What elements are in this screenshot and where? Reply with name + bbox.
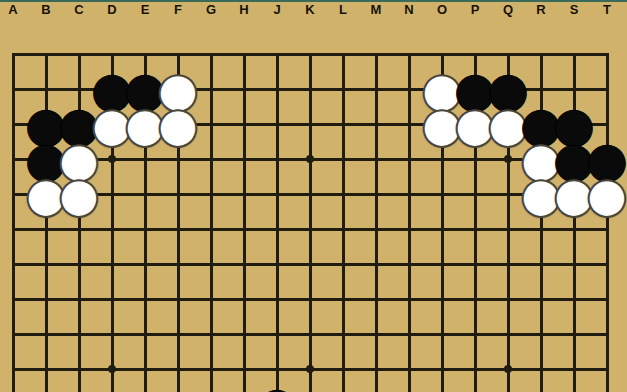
intersection-J9[interactable]: ●: [261, 387, 294, 392]
column-label-N: N: [393, 2, 426, 17]
intersection-R9[interactable]: [525, 387, 558, 392]
intersection-G9[interactable]: [195, 387, 228, 392]
intersection-H16[interactable]: [228, 142, 261, 177]
column-label-K: K: [294, 2, 327, 17]
intersection-S19[interactable]: [558, 37, 591, 72]
intersection-L15[interactable]: [327, 177, 360, 212]
intersection-N13[interactable]: [393, 247, 426, 282]
column-label-L: L: [327, 2, 360, 17]
intersection-J14[interactable]: [261, 212, 294, 247]
intersection-J16[interactable]: [261, 142, 294, 177]
intersection-N12[interactable]: [393, 282, 426, 317]
intersection-K19[interactable]: [294, 37, 327, 72]
intersection-M17[interactable]: [360, 107, 393, 142]
intersection-G14[interactable]: [195, 212, 228, 247]
intersection-O9[interactable]: [426, 387, 459, 392]
intersection-M19[interactable]: [360, 37, 393, 72]
intersection-L11[interactable]: [327, 317, 360, 352]
intersection-M16[interactable]: [360, 142, 393, 177]
intersection-L19[interactable]: [327, 37, 360, 72]
intersection-D12[interactable]: [96, 282, 129, 317]
intersection-R13[interactable]: [525, 247, 558, 282]
intersection-S9[interactable]: [558, 387, 591, 392]
intersection-F11[interactable]: [162, 317, 195, 352]
intersection-E12[interactable]: [129, 282, 162, 317]
intersection-G12[interactable]: [195, 282, 228, 317]
intersection-J19[interactable]: [261, 37, 294, 72]
column-label-B: B: [30, 2, 63, 17]
star-point: [108, 365, 116, 373]
intersection-H19[interactable]: [228, 37, 261, 72]
intersection-O11[interactable]: [426, 317, 459, 352]
intersection-T11[interactable]: [591, 317, 624, 352]
intersection-G13[interactable]: [195, 247, 228, 282]
intersection-K12[interactable]: [294, 282, 327, 317]
intersection-B13[interactable]: [30, 247, 63, 282]
intersection-J13[interactable]: [261, 247, 294, 282]
white-stone: ●: [63, 177, 96, 212]
intersection-Q9[interactable]: [492, 387, 525, 392]
intersection-J15[interactable]: [261, 177, 294, 212]
intersection-H11[interactable]: [228, 317, 261, 352]
intersection-K18[interactable]: [294, 72, 327, 107]
intersection-C12[interactable]: [63, 282, 96, 317]
intersection-A11[interactable]: [0, 317, 30, 352]
column-label-Q: Q: [492, 2, 525, 17]
intersection-G15[interactable]: [195, 177, 228, 212]
intersection-B10[interactable]: [30, 352, 63, 387]
intersection-K16[interactable]: [294, 142, 327, 177]
intersection-T19[interactable]: [591, 37, 624, 72]
intersection-D10[interactable]: [96, 352, 129, 387]
intersection-A13[interactable]: [0, 247, 30, 282]
intersection-K15[interactable]: [294, 177, 327, 212]
intersection-M10[interactable]: [360, 352, 393, 387]
intersection-N11[interactable]: [393, 317, 426, 352]
go-board: ●●●●●●●●●●●●●●●●●●●●●●●●●●●: [0, 37, 624, 392]
intersection-M13[interactable]: [360, 247, 393, 282]
intersection-G10[interactable]: [195, 352, 228, 387]
intersection-H18[interactable]: [228, 72, 261, 107]
intersection-F17[interactable]: ●: [162, 107, 195, 142]
intersection-A10[interactable]: [0, 352, 30, 387]
intersection-N10[interactable]: [393, 352, 426, 387]
intersection-M18[interactable]: [360, 72, 393, 107]
intersection-G19[interactable]: [195, 37, 228, 72]
column-label-R: R: [525, 2, 558, 17]
intersection-S13[interactable]: [558, 247, 591, 282]
intersection-O12[interactable]: [426, 282, 459, 317]
intersection-P9[interactable]: [459, 387, 492, 392]
intersection-G16[interactable]: [195, 142, 228, 177]
intersection-P11[interactable]: [459, 317, 492, 352]
column-label-S: S: [558, 2, 591, 17]
column-labels: ABCDEFGHJKLMNOPQRST: [0, 2, 624, 17]
intersection-L9[interactable]: [327, 387, 360, 392]
intersection-D13[interactable]: [96, 247, 129, 282]
star-point: [504, 155, 512, 163]
intersection-F14[interactable]: [162, 212, 195, 247]
intersection-Q10[interactable]: [492, 352, 525, 387]
intersection-C15[interactable]: ●: [63, 177, 96, 212]
intersection-H15[interactable]: [228, 177, 261, 212]
intersection-B12[interactable]: [30, 282, 63, 317]
intersection-N9[interactable]: [393, 387, 426, 392]
intersection-C9[interactable]: [63, 387, 96, 392]
column-label-D: D: [96, 2, 129, 17]
intersection-K14[interactable]: [294, 212, 327, 247]
column-label-A: A: [0, 2, 30, 17]
intersection-H17[interactable]: [228, 107, 261, 142]
intersection-E13[interactable]: [129, 247, 162, 282]
intersection-B19[interactable]: [30, 37, 63, 72]
intersection-J18[interactable]: [261, 72, 294, 107]
intersection-T10[interactable]: [591, 352, 624, 387]
intersection-L17[interactable]: [327, 107, 360, 142]
intersection-H14[interactable]: [228, 212, 261, 247]
star-point: [306, 365, 314, 373]
intersection-S11[interactable]: [558, 317, 591, 352]
column-label-J: J: [261, 2, 294, 17]
intersection-N14[interactable]: [393, 212, 426, 247]
intersection-K10[interactable]: [294, 352, 327, 387]
intersection-C13[interactable]: [63, 247, 96, 282]
column-label-E: E: [129, 2, 162, 17]
intersection-L14[interactable]: [327, 212, 360, 247]
intersection-D11[interactable]: [96, 317, 129, 352]
intersection-P10[interactable]: [459, 352, 492, 387]
star-point: [306, 155, 314, 163]
intersection-D9[interactable]: [96, 387, 129, 392]
intersection-B11[interactable]: [30, 317, 63, 352]
intersection-E15[interactable]: [129, 177, 162, 212]
column-label-C: C: [63, 2, 96, 17]
intersection-R12[interactable]: [525, 282, 558, 317]
intersection-M9[interactable]: [360, 387, 393, 392]
intersection-L13[interactable]: [327, 247, 360, 282]
intersection-T12[interactable]: [591, 282, 624, 317]
intersection-F10[interactable]: [162, 352, 195, 387]
intersection-J17[interactable]: [261, 107, 294, 142]
intersection-L16[interactable]: [327, 142, 360, 177]
intersection-M14[interactable]: [360, 212, 393, 247]
intersection-F15[interactable]: [162, 177, 195, 212]
intersection-C10[interactable]: [63, 352, 96, 387]
intersection-G11[interactable]: [195, 317, 228, 352]
intersection-O10[interactable]: [426, 352, 459, 387]
intersection-P13[interactable]: [459, 247, 492, 282]
intersection-O14[interactable]: [426, 212, 459, 247]
intersection-D14[interactable]: [96, 212, 129, 247]
black-stone: ●: [261, 387, 294, 392]
intersection-E11[interactable]: [129, 317, 162, 352]
go-board-screen: ABCDEFGHJKLMNOPQRST ●●●●●●●●●●●●●●●●●●●●…: [0, 0, 627, 392]
intersection-M12[interactable]: [360, 282, 393, 317]
intersection-E14[interactable]: [129, 212, 162, 247]
intersection-S12[interactable]: [558, 282, 591, 317]
intersection-M15[interactable]: [360, 177, 393, 212]
intersection-T9[interactable]: [591, 387, 624, 392]
intersection-J11[interactable]: [261, 317, 294, 352]
intersection-N15[interactable]: [393, 177, 426, 212]
intersection-P14[interactable]: [459, 212, 492, 247]
intersection-T18[interactable]: [591, 72, 624, 107]
intersection-K13[interactable]: [294, 247, 327, 282]
intersection-M11[interactable]: [360, 317, 393, 352]
column-label-O: O: [426, 2, 459, 17]
intersection-T13[interactable]: [591, 247, 624, 282]
intersection-P15[interactable]: [459, 177, 492, 212]
intersection-H13[interactable]: [228, 247, 261, 282]
intersection-T15[interactable]: ●: [591, 177, 624, 212]
intersection-E9[interactable]: [129, 387, 162, 392]
intersection-H12[interactable]: [228, 282, 261, 317]
intersection-R10[interactable]: [525, 352, 558, 387]
intersection-R19[interactable]: [525, 37, 558, 72]
intersection-G17[interactable]: [195, 107, 228, 142]
intersection-F13[interactable]: [162, 247, 195, 282]
white-stone: ●: [162, 107, 195, 142]
intersection-Q13[interactable]: [492, 247, 525, 282]
star-point: [108, 155, 116, 163]
intersection-A12[interactable]: [0, 282, 30, 317]
intersection-L10[interactable]: [327, 352, 360, 387]
intersection-O13[interactable]: [426, 247, 459, 282]
intersection-C11[interactable]: [63, 317, 96, 352]
column-label-G: G: [195, 2, 228, 17]
intersection-K9[interactable]: [294, 387, 327, 392]
intersection-B9[interactable]: [30, 387, 63, 392]
intersection-P12[interactable]: [459, 282, 492, 317]
intersection-E10[interactable]: [129, 352, 162, 387]
column-label-F: F: [162, 2, 195, 17]
intersection-O15[interactable]: [426, 177, 459, 212]
intersection-Q11[interactable]: [492, 317, 525, 352]
intersection-G18[interactable]: [195, 72, 228, 107]
intersection-S10[interactable]: [558, 352, 591, 387]
intersection-Q12[interactable]: [492, 282, 525, 317]
intersection-K11[interactable]: [294, 317, 327, 352]
column-label-M: M: [360, 2, 393, 17]
white-stone: ●: [591, 177, 624, 212]
intersection-A19[interactable]: [0, 37, 30, 72]
intersection-R11[interactable]: [525, 317, 558, 352]
intersection-L18[interactable]: [327, 72, 360, 107]
column-label-H: H: [228, 2, 261, 17]
intersection-L12[interactable]: [327, 282, 360, 317]
intersection-J12[interactable]: [261, 282, 294, 317]
column-label-T: T: [591, 2, 624, 17]
intersection-A9[interactable]: [0, 387, 30, 392]
intersection-F9[interactable]: [162, 387, 195, 392]
intersection-F12[interactable]: [162, 282, 195, 317]
intersection-D15[interactable]: [96, 177, 129, 212]
intersection-K17[interactable]: [294, 107, 327, 142]
column-label-P: P: [459, 2, 492, 17]
star-point: [504, 365, 512, 373]
